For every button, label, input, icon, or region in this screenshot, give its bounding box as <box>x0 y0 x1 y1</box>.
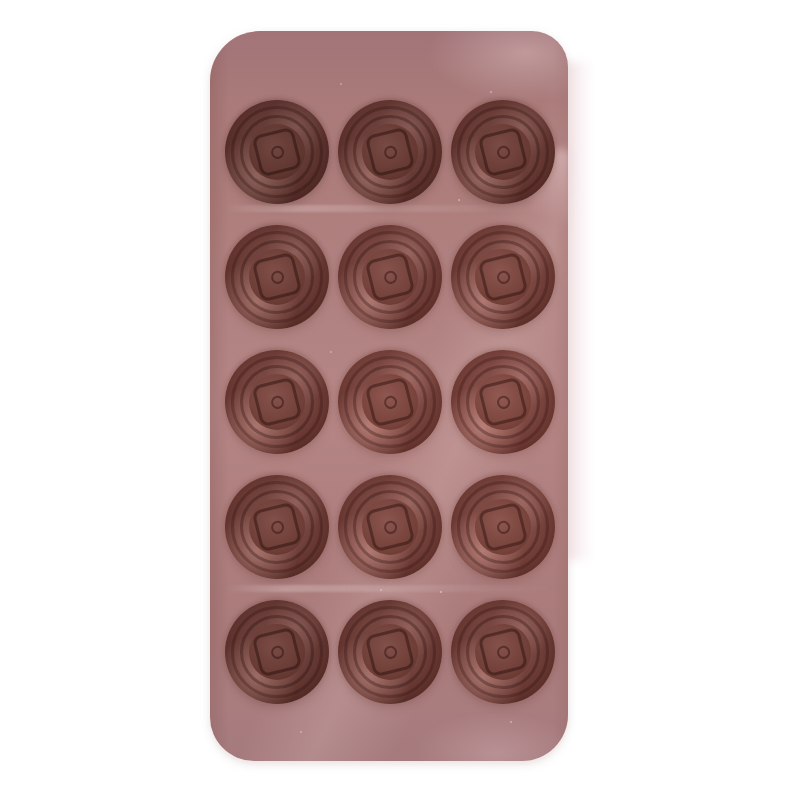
center-dot-imprint <box>269 269 285 285</box>
mold-cavity-r5c2 <box>338 600 442 704</box>
mold-cavity-r2c1 <box>225 225 329 329</box>
cavity-center-circle <box>249 374 305 430</box>
mold-cavity-r4c3 <box>451 475 555 579</box>
center-dot-imprint <box>269 519 285 535</box>
cavity-center-circle <box>475 374 531 430</box>
square-imprint <box>477 376 528 427</box>
center-dot-imprint <box>382 144 398 160</box>
cavity-cell-r5c2 <box>333 589 446 714</box>
square-imprint <box>364 251 415 302</box>
cavity-center-circle <box>249 124 305 180</box>
right-glare-halo <box>566 62 592 560</box>
photo-scene <box>0 0 800 800</box>
mold-cavity-r4c1 <box>225 475 329 579</box>
square-imprint <box>477 626 528 677</box>
square-imprint <box>251 626 302 677</box>
square-imprint <box>364 626 415 677</box>
cavity-cell-r2c2 <box>333 214 446 339</box>
cavity-cell-r3c2 <box>333 339 446 464</box>
center-dot-imprint <box>269 644 285 660</box>
cavity-cell-r4c2 <box>333 464 446 589</box>
cavity-center-circle <box>362 249 418 305</box>
center-dot-imprint <box>269 394 285 410</box>
cavity-cell-r1c2 <box>333 89 446 214</box>
cavity-center-circle <box>475 124 531 180</box>
mold-cavity-r2c3 <box>451 225 555 329</box>
cavity-cell-r3c3 <box>446 339 559 464</box>
center-dot-imprint <box>382 519 398 535</box>
mold-cavity-r3c1 <box>225 350 329 454</box>
square-imprint <box>251 126 302 177</box>
cavity-cell-r2c3 <box>446 214 559 339</box>
center-dot-imprint <box>495 144 511 160</box>
cavity-center-circle <box>475 499 531 555</box>
cavity-grid <box>220 89 559 714</box>
square-imprint <box>477 126 528 177</box>
mold-cavity-r5c3 <box>451 600 555 704</box>
square-imprint <box>364 126 415 177</box>
cavity-cell-r4c3 <box>446 464 559 589</box>
cavity-center-circle <box>362 374 418 430</box>
center-dot-imprint <box>495 519 511 535</box>
center-dot-imprint <box>382 394 398 410</box>
cavity-cell-r2c1 <box>220 214 333 339</box>
mold-cavity-r1c1 <box>225 100 329 204</box>
cavity-center-circle <box>362 499 418 555</box>
chocolate-mold-tray <box>210 31 568 761</box>
cavity-center-circle <box>249 499 305 555</box>
cavity-center-circle <box>475 249 531 305</box>
cavity-center-circle <box>362 124 418 180</box>
cavity-center-circle <box>475 624 531 680</box>
center-dot-imprint <box>495 644 511 660</box>
square-imprint <box>364 501 415 552</box>
cavity-center-circle <box>362 624 418 680</box>
square-imprint <box>477 251 528 302</box>
cavity-cell-r1c3 <box>446 89 559 214</box>
mold-cavity-r4c2 <box>338 475 442 579</box>
square-imprint <box>477 501 528 552</box>
mold-cavity-r3c3 <box>451 350 555 454</box>
square-imprint <box>251 376 302 427</box>
cavity-cell-r4c1 <box>220 464 333 589</box>
mold-cavity-r3c2 <box>338 350 442 454</box>
square-imprint <box>251 501 302 552</box>
cavity-center-circle <box>249 249 305 305</box>
center-dot-imprint <box>382 269 398 285</box>
mold-cavity-r1c3 <box>451 100 555 204</box>
mold-cavity-r5c1 <box>225 600 329 704</box>
cavity-cell-r5c3 <box>446 589 559 714</box>
cavity-center-circle <box>249 624 305 680</box>
cavity-cell-r3c1 <box>220 339 333 464</box>
square-imprint <box>364 376 415 427</box>
square-imprint <box>251 251 302 302</box>
center-dot-imprint <box>382 644 398 660</box>
dust-speckles <box>210 31 212 33</box>
mold-cavity-r1c2 <box>338 100 442 204</box>
cavity-cell-r5c1 <box>220 589 333 714</box>
mold-cavity-r2c2 <box>338 225 442 329</box>
center-dot-imprint <box>495 394 511 410</box>
center-dot-imprint <box>495 269 511 285</box>
center-dot-imprint <box>269 144 285 160</box>
cavity-cell-r1c1 <box>220 89 333 214</box>
